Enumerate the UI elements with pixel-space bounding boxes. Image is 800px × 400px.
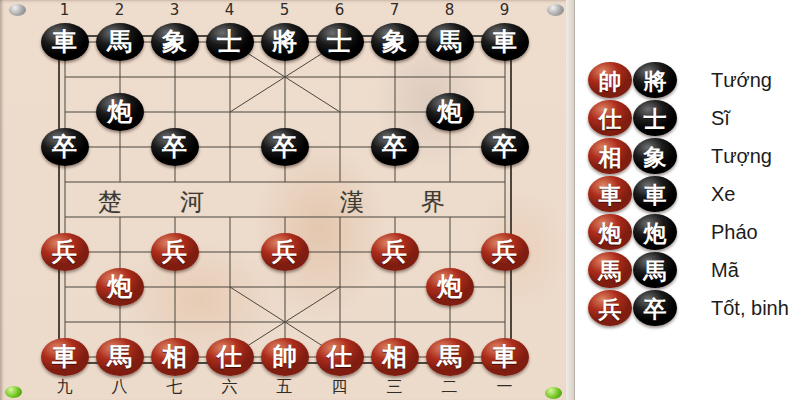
piece-black-general[interactable]: 將 xyxy=(261,23,309,61)
piece-red-horse[interactable]: 馬 xyxy=(96,338,144,376)
piece-red-soldier[interactable]: 兵 xyxy=(481,233,529,271)
piece-red-advisor[interactable]: 仕 xyxy=(206,338,254,376)
legend-row-chariot: 車 車 Xe xyxy=(588,176,789,212)
piece-red-elephant[interactable]: 相 xyxy=(371,338,419,376)
file-label-top: 2 xyxy=(115,1,125,19)
legend-row-horse: 馬 馬 Mã xyxy=(588,252,789,288)
piece-black-horse[interactable]: 馬 xyxy=(96,23,144,61)
piece-black-horse[interactable]: 馬 xyxy=(426,23,474,61)
piece-black-advisor[interactable]: 士 xyxy=(206,23,254,61)
piece-black-soldier[interactable]: 卒 xyxy=(481,128,529,166)
file-label-top: 6 xyxy=(335,1,345,19)
piece-black-soldier[interactable]: 卒 xyxy=(41,128,89,166)
board-right-edge xyxy=(566,0,575,400)
piece-red-chariot[interactable]: 車 xyxy=(481,338,529,376)
piece-black-elephant[interactable]: 象 xyxy=(151,23,199,61)
piece-black-chariot[interactable]: 車 xyxy=(481,23,529,61)
xiangqi-app: 1 2 3 4 5 6 7 8 9 九 八 七 六 五 四 三 二 一 楚 河 … xyxy=(0,0,800,400)
piece-black-advisor[interactable]: 士 xyxy=(316,23,364,61)
file-label-bottom: 六 xyxy=(222,377,238,398)
file-label-top: 3 xyxy=(170,1,180,19)
file-label-bottom: 八 xyxy=(112,377,128,398)
piece-black-soldier[interactable]: 卒 xyxy=(151,128,199,166)
piece-black-soldier[interactable]: 卒 xyxy=(371,128,419,166)
file-label-top: 1 xyxy=(60,1,70,19)
piece-black-soldier[interactable]: 卒 xyxy=(261,128,309,166)
file-label-top: 9 xyxy=(500,1,510,19)
legend-row-general: 帥 將 Tướng xyxy=(588,62,789,98)
file-label-top: 8 xyxy=(445,1,455,19)
piece-red-soldier[interactable]: 兵 xyxy=(151,233,199,271)
legend-label-cannon: Pháo xyxy=(711,221,758,244)
file-label-bottom: 一 xyxy=(497,377,513,398)
piece-red-soldier[interactable]: 兵 xyxy=(41,233,89,271)
legend-piece-red-advisor: 仕 xyxy=(588,100,632,136)
file-label-top: 4 xyxy=(225,1,235,19)
piece-black-chariot[interactable]: 車 xyxy=(41,23,89,61)
file-labels-top: 1 2 3 4 5 6 7 8 9 xyxy=(37,1,532,19)
file-label-top: 5 xyxy=(280,1,290,19)
file-label-bottom: 二 xyxy=(442,377,458,398)
piece-black-cannon[interactable]: 炮 xyxy=(96,93,144,131)
legend-label-advisor: Sĩ xyxy=(711,107,730,130)
piece-red-general[interactable]: 帥 xyxy=(261,338,309,376)
legend-panel: 帥 將 Tướng 仕 士 Sĩ 相 象 Tượng 車 車 Xe 炮 炮 Ph… xyxy=(588,62,789,328)
legend-row-soldier: 兵 卒 Tốt, binh xyxy=(588,290,789,326)
piece-red-cannon[interactable]: 炮 xyxy=(96,268,144,306)
legend-piece-red-soldier: 兵 xyxy=(588,290,632,326)
xiangqi-board: 1 2 3 4 5 6 7 8 9 九 八 七 六 五 四 三 二 一 楚 河 … xyxy=(0,0,566,400)
legend-piece-black-advisor: 士 xyxy=(633,100,677,136)
legend-piece-red-horse: 馬 xyxy=(588,252,632,288)
file-label-bottom: 三 xyxy=(387,377,403,398)
legend-row-advisor: 仕 士 Sĩ xyxy=(588,100,789,136)
legend-label-horse: Mã xyxy=(711,259,739,282)
file-label-top: 7 xyxy=(390,1,400,19)
piece-red-soldier[interactable]: 兵 xyxy=(371,233,419,271)
corner-screw-top-right-icon xyxy=(547,4,564,16)
legend-piece-red-elephant: 相 xyxy=(588,138,632,174)
legend-piece-red-general: 帥 xyxy=(588,62,632,98)
legend-piece-black-general: 將 xyxy=(633,62,677,98)
piece-red-chariot[interactable]: 車 xyxy=(41,338,89,376)
legend-label-soldier: Tốt, binh xyxy=(711,297,789,320)
legend-piece-black-chariot: 車 xyxy=(633,176,677,212)
legend-piece-black-horse: 馬 xyxy=(633,252,677,288)
file-label-bottom: 五 xyxy=(277,377,293,398)
piece-red-soldier[interactable]: 兵 xyxy=(261,233,309,271)
file-label-bottom: 九 xyxy=(57,377,73,398)
file-labels-bottom: 九 八 七 六 五 四 三 二 一 xyxy=(37,377,532,398)
pieces-grid: 車馬象士將士象馬車炮炮卒卒卒卒卒兵兵兵兵兵炮炮車馬相仕帥仕相馬車 xyxy=(37,24,532,374)
legend-piece-red-chariot: 車 xyxy=(588,176,632,212)
corner-screw-bottom-left-icon xyxy=(5,386,22,398)
legend-piece-black-elephant: 象 xyxy=(633,138,677,174)
corner-screw-top-left-icon xyxy=(9,4,26,16)
legend-row-cannon: 炮 炮 Pháo xyxy=(588,214,789,250)
legend-piece-red-cannon: 炮 xyxy=(588,214,632,250)
piece-black-cannon[interactable]: 炮 xyxy=(426,93,474,131)
corner-screw-bottom-right-icon xyxy=(545,387,562,399)
file-label-bottom: 四 xyxy=(332,377,348,398)
legend-piece-black-soldier: 卒 xyxy=(633,290,677,326)
legend-label-elephant: Tượng xyxy=(711,145,772,168)
piece-black-elephant[interactable]: 象 xyxy=(371,23,419,61)
piece-red-elephant[interactable]: 相 xyxy=(151,338,199,376)
legend-row-elephant: 相 象 Tượng xyxy=(588,138,789,174)
legend-label-chariot: Xe xyxy=(711,183,735,206)
piece-red-horse[interactable]: 馬 xyxy=(426,338,474,376)
piece-red-cannon[interactable]: 炮 xyxy=(426,268,474,306)
legend-label-general: Tướng xyxy=(711,69,772,92)
file-label-bottom: 七 xyxy=(167,377,183,398)
piece-red-advisor[interactable]: 仕 xyxy=(316,338,364,376)
legend-piece-black-cannon: 炮 xyxy=(633,214,677,250)
